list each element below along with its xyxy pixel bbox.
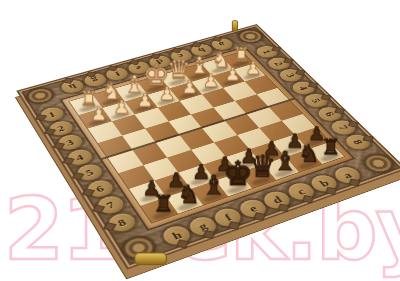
rank-label-text: 5	[309, 97, 323, 104]
file-label-text: e	[134, 64, 144, 71]
rank-label-text: 8	[115, 217, 127, 228]
rank-label-text: 1	[47, 110, 57, 119]
rank-label: 7	[92, 193, 128, 218]
rank-label-text: 7	[104, 200, 116, 211]
file-label-text: b	[196, 46, 207, 53]
file-label-text: c	[176, 52, 186, 59]
rank-label-text: 3	[284, 72, 298, 78]
file-label-text: a	[217, 40, 228, 47]
file-label-text: d	[155, 58, 166, 66]
rank-label: 6	[82, 177, 117, 201]
rank-label-text: 3	[64, 138, 75, 147]
rank-label-text: 6	[322, 111, 336, 118]
file-label-text: g	[90, 76, 100, 84]
rank-label-text: 2	[272, 61, 285, 67]
rank-label-text: 1	[260, 49, 273, 55]
file-label-text: f	[113, 70, 121, 77]
file-label-text: h	[67, 82, 78, 90]
rank-label-text: 4	[296, 85, 310, 91]
rank-label-text: 6	[94, 183, 106, 193]
